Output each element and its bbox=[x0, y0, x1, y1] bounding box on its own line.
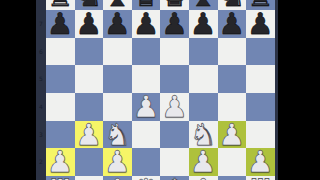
square-f8[interactable]: ♝ bbox=[189, 0, 218, 10]
white-king-e1[interactable]: ♚ bbox=[161, 177, 188, 180]
square-c8[interactable]: ♝ bbox=[103, 0, 132, 10]
white-pawn-b3[interactable]: ♟ bbox=[75, 122, 102, 148]
black-bishop-f8[interactable]: ♝ bbox=[190, 0, 217, 9]
square-a6[interactable] bbox=[46, 38, 75, 66]
square-h2[interactable]: ♟ bbox=[246, 148, 275, 176]
square-f1[interactable]: ♝ bbox=[189, 176, 218, 180]
square-a7[interactable]: ♟ bbox=[46, 10, 75, 38]
black-rook-h8[interactable]: ♜ bbox=[247, 0, 274, 9]
square-c6[interactable] bbox=[103, 38, 132, 66]
black-pawn-a7[interactable]: ♟ bbox=[47, 11, 74, 37]
white-queen-d1[interactable]: ♛ bbox=[133, 177, 160, 180]
rank-label-5: 5 bbox=[36, 76, 46, 82]
square-g3[interactable]: ♟ bbox=[218, 121, 247, 149]
black-pawn-f7[interactable]: ♟ bbox=[190, 11, 217, 37]
square-d5[interactable] bbox=[132, 65, 161, 93]
square-e2[interactable] bbox=[160, 148, 189, 176]
square-e3[interactable] bbox=[160, 121, 189, 149]
square-c3[interactable]: ♞ bbox=[103, 121, 132, 149]
square-h4[interactable] bbox=[246, 93, 275, 121]
rank-label-4: 4 bbox=[36, 104, 46, 110]
white-pawn-h2[interactable]: ♟ bbox=[247, 149, 274, 175]
white-pawn-f2[interactable]: ♟ bbox=[190, 149, 217, 175]
square-a2[interactable]: ♟ bbox=[46, 148, 75, 176]
square-a3[interactable] bbox=[46, 121, 75, 149]
square-c4[interactable] bbox=[103, 93, 132, 121]
square-g7[interactable]: ♟ bbox=[218, 10, 247, 38]
black-pawn-g7[interactable]: ♟ bbox=[218, 11, 245, 37]
square-e5[interactable] bbox=[160, 65, 189, 93]
black-pawn-b7[interactable]: ♟ bbox=[75, 11, 102, 37]
square-b3[interactable]: ♟ bbox=[75, 121, 104, 149]
square-g4[interactable] bbox=[218, 93, 247, 121]
square-g1[interactable] bbox=[218, 176, 247, 180]
square-f2[interactable]: ♟ bbox=[189, 148, 218, 176]
black-pawn-e7[interactable]: ♟ bbox=[161, 11, 188, 37]
black-knight-b8[interactable]: ♞ bbox=[75, 0, 102, 9]
square-h5[interactable] bbox=[246, 65, 275, 93]
white-bishop-c1[interactable]: ♝ bbox=[104, 177, 131, 180]
white-knight-f3[interactable]: ♞ bbox=[190, 122, 217, 148]
white-rook-h1[interactable]: ♜ bbox=[247, 177, 274, 180]
square-d7[interactable]: ♟ bbox=[132, 10, 161, 38]
square-b5[interactable] bbox=[75, 65, 104, 93]
square-b4[interactable] bbox=[75, 93, 104, 121]
square-b6[interactable] bbox=[75, 38, 104, 66]
white-bishop-f1[interactable]: ♝ bbox=[190, 177, 217, 180]
square-h3[interactable] bbox=[246, 121, 275, 149]
square-e4[interactable]: ♟ bbox=[160, 93, 189, 121]
square-f4[interactable] bbox=[189, 93, 218, 121]
square-f3[interactable]: ♞ bbox=[189, 121, 218, 149]
square-d8[interactable]: ♛ bbox=[132, 0, 161, 10]
square-b2[interactable] bbox=[75, 148, 104, 176]
black-bishop-c8[interactable]: ♝ bbox=[104, 0, 131, 9]
board-right-border bbox=[275, 0, 278, 180]
square-g2[interactable] bbox=[218, 148, 247, 176]
black-pawn-h7[interactable]: ♟ bbox=[247, 11, 274, 37]
rank-label-2: 2 bbox=[36, 159, 46, 165]
chess-board: ♜♞♝♛♚♝♞♜♟♟♟♟♟♟♟♟♟♟♟♞♞♟♟♟♟♟♜♝♛♚♝♜ bbox=[46, 0, 275, 180]
white-pawn-g3[interactable]: ♟ bbox=[218, 122, 245, 148]
black-queen-d8[interactable]: ♛ bbox=[133, 0, 160, 9]
square-f6[interactable] bbox=[189, 38, 218, 66]
white-pawn-c2[interactable]: ♟ bbox=[104, 149, 131, 175]
square-d6[interactable] bbox=[132, 38, 161, 66]
square-e8[interactable]: ♚ bbox=[160, 0, 189, 10]
square-a4[interactable] bbox=[46, 93, 75, 121]
square-e7[interactable]: ♟ bbox=[160, 10, 189, 38]
square-a5[interactable] bbox=[46, 65, 75, 93]
rank-label-3: 3 bbox=[36, 132, 46, 138]
chess-app-viewport: 87654321 ♜♞♝♛♚♝♞♜♟♟♟♟♟♟♟♟♟♟♟♞♞♟♟♟♟♟♜♝♛♚♝… bbox=[0, 0, 320, 180]
white-knight-c3[interactable]: ♞ bbox=[104, 122, 131, 148]
board-left-border bbox=[36, 0, 46, 180]
square-a8[interactable]: ♜ bbox=[46, 0, 75, 10]
rank-label-6: 6 bbox=[36, 49, 46, 55]
white-pawn-d4[interactable]: ♟ bbox=[133, 94, 160, 120]
square-d4[interactable]: ♟ bbox=[132, 93, 161, 121]
square-d2[interactable] bbox=[132, 148, 161, 176]
square-g5[interactable] bbox=[218, 65, 247, 93]
square-e1[interactable]: ♚ bbox=[160, 176, 189, 180]
square-e6[interactable] bbox=[160, 38, 189, 66]
square-f7[interactable]: ♟ bbox=[189, 10, 218, 38]
square-d3[interactable] bbox=[132, 121, 161, 149]
square-b8[interactable]: ♞ bbox=[75, 0, 104, 10]
square-c2[interactable]: ♟ bbox=[103, 148, 132, 176]
square-g8[interactable]: ♞ bbox=[218, 0, 247, 10]
white-rook-a1[interactable]: ♜ bbox=[47, 177, 74, 180]
black-rook-a8[interactable]: ♜ bbox=[47, 0, 74, 9]
square-h1[interactable]: ♜ bbox=[246, 176, 275, 180]
white-pawn-a2[interactable]: ♟ bbox=[47, 149, 74, 175]
white-pawn-e4[interactable]: ♟ bbox=[161, 94, 188, 120]
black-king-e8[interactable]: ♚ bbox=[161, 0, 188, 9]
square-c7[interactable]: ♟ bbox=[103, 10, 132, 38]
square-f5[interactable] bbox=[189, 65, 218, 93]
square-d1[interactable]: ♛ bbox=[132, 176, 161, 180]
black-pawn-c7[interactable]: ♟ bbox=[104, 11, 131, 37]
square-h8[interactable]: ♜ bbox=[246, 0, 275, 10]
square-g6[interactable] bbox=[218, 38, 247, 66]
square-c1[interactable]: ♝ bbox=[103, 176, 132, 180]
square-h6[interactable] bbox=[246, 38, 275, 66]
square-c5[interactable] bbox=[103, 65, 132, 93]
rank-label-7: 7 bbox=[36, 21, 46, 27]
square-a1[interactable]: ♜ bbox=[46, 176, 75, 180]
square-b1[interactable] bbox=[75, 176, 104, 180]
square-b7[interactable]: ♟ bbox=[75, 10, 104, 38]
square-h7[interactable]: ♟ bbox=[246, 10, 275, 38]
black-pawn-d7[interactable]: ♟ bbox=[133, 11, 160, 37]
black-knight-g8[interactable]: ♞ bbox=[218, 0, 245, 9]
